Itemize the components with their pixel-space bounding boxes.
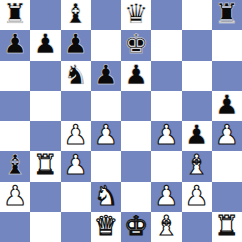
square-f3[interactable] <box>151 151 181 181</box>
square-c4[interactable]: ♟ <box>61 121 91 151</box>
square-c7[interactable]: ♟ <box>61 30 91 60</box>
piece-black-pawn[interactable]: ♟ <box>124 61 148 90</box>
square-f2[interactable]: ♟ <box>151 182 181 212</box>
chess-board: ♜♝♛♜♟♟♟♚♞♟♟♟♟♟♟♟♟♝♜♟♝♟♞♟♟♛♚♝♜ <box>0 0 242 242</box>
square-g4[interactable]: ♟ <box>182 121 212 151</box>
square-b4[interactable] <box>30 121 60 151</box>
square-a2[interactable]: ♟ <box>0 182 30 212</box>
piece-white-king[interactable]: ♚ <box>124 212 148 241</box>
square-c5[interactable] <box>61 91 91 121</box>
square-h1[interactable]: ♜ <box>212 212 242 242</box>
square-h7[interactable] <box>212 30 242 60</box>
square-a7[interactable]: ♟ <box>0 30 30 60</box>
piece-white-pawn[interactable]: ♟ <box>64 151 88 180</box>
square-d3[interactable] <box>91 151 121 181</box>
piece-white-pawn[interactable]: ♟ <box>185 182 209 211</box>
piece-black-rook[interactable]: ♜ <box>215 0 239 29</box>
square-e6[interactable]: ♟ <box>121 61 151 91</box>
square-d7[interactable] <box>91 30 121 60</box>
piece-black-knight[interactable]: ♞ <box>64 61 88 90</box>
square-e2[interactable] <box>121 182 151 212</box>
piece-black-pawn[interactable]: ♟ <box>215 91 239 120</box>
square-g6[interactable] <box>182 61 212 91</box>
square-f7[interactable] <box>151 30 181 60</box>
square-h8[interactable]: ♜ <box>212 0 242 30</box>
square-d2[interactable]: ♞ <box>91 182 121 212</box>
piece-black-queen[interactable]: ♛ <box>124 0 148 29</box>
piece-white-queen[interactable]: ♛ <box>94 212 118 241</box>
square-a8[interactable]: ♜ <box>0 0 30 30</box>
piece-white-pawn[interactable]: ♟ <box>94 121 118 150</box>
square-b7[interactable]: ♟ <box>30 30 60 60</box>
square-a5[interactable] <box>0 91 30 121</box>
piece-white-rook[interactable]: ♜ <box>215 212 239 241</box>
square-h6[interactable] <box>212 61 242 91</box>
square-c3[interactable]: ♟ <box>61 151 91 181</box>
square-c2[interactable] <box>61 182 91 212</box>
piece-black-bishop[interactable]: ♝ <box>64 0 88 29</box>
square-c1[interactable] <box>61 212 91 242</box>
square-d1[interactable]: ♛ <box>91 212 121 242</box>
square-d5[interactable] <box>91 91 121 121</box>
square-c8[interactable]: ♝ <box>61 0 91 30</box>
square-b3[interactable]: ♜ <box>30 151 60 181</box>
square-h5[interactable]: ♟ <box>212 91 242 121</box>
piece-black-pawn[interactable]: ♟ <box>64 30 88 59</box>
square-f8[interactable] <box>151 0 181 30</box>
square-b8[interactable] <box>30 0 60 30</box>
piece-white-pawn[interactable]: ♟ <box>3 182 27 211</box>
piece-white-pawn[interactable]: ♟ <box>154 121 178 150</box>
square-e3[interactable] <box>121 151 151 181</box>
square-f1[interactable]: ♝ <box>151 212 181 242</box>
square-c6[interactable]: ♞ <box>61 61 91 91</box>
square-g5[interactable] <box>182 91 212 121</box>
square-a1[interactable] <box>0 212 30 242</box>
square-b2[interactable] <box>30 182 60 212</box>
square-g3[interactable]: ♝ <box>182 151 212 181</box>
square-g7[interactable] <box>182 30 212 60</box>
piece-white-bishop[interactable]: ♝ <box>185 151 209 180</box>
square-f5[interactable] <box>151 91 181 121</box>
piece-white-bishop[interactable]: ♝ <box>154 212 178 241</box>
square-b6[interactable] <box>30 61 60 91</box>
square-e7[interactable]: ♚ <box>121 30 151 60</box>
piece-black-pawn[interactable]: ♟ <box>185 121 209 150</box>
piece-black-pawn[interactable]: ♟ <box>33 30 57 59</box>
square-b5[interactable] <box>30 91 60 121</box>
square-a6[interactable] <box>0 61 30 91</box>
piece-white-rook[interactable]: ♜ <box>33 151 57 180</box>
square-h3[interactable] <box>212 151 242 181</box>
square-e1[interactable]: ♚ <box>121 212 151 242</box>
piece-black-pawn[interactable]: ♟ <box>94 61 118 90</box>
square-f6[interactable] <box>151 61 181 91</box>
piece-black-bishop[interactable]: ♝ <box>3 151 27 180</box>
square-b1[interactable] <box>30 212 60 242</box>
square-d6[interactable]: ♟ <box>91 61 121 91</box>
piece-black-king[interactable]: ♚ <box>124 30 148 59</box>
piece-black-rook[interactable]: ♜ <box>3 0 27 29</box>
square-e5[interactable] <box>121 91 151 121</box>
piece-white-knight[interactable]: ♞ <box>94 182 118 211</box>
square-e4[interactable] <box>121 121 151 151</box>
piece-white-pawn[interactable]: ♟ <box>64 121 88 150</box>
square-h2[interactable] <box>212 182 242 212</box>
square-f4[interactable]: ♟ <box>151 121 181 151</box>
square-g2[interactable]: ♟ <box>182 182 212 212</box>
piece-white-pawn[interactable]: ♟ <box>154 182 178 211</box>
square-g1[interactable] <box>182 212 212 242</box>
square-d8[interactable] <box>91 0 121 30</box>
square-h4[interactable]: ♟ <box>212 121 242 151</box>
piece-white-pawn[interactable]: ♟ <box>215 121 239 150</box>
square-e8[interactable]: ♛ <box>121 0 151 30</box>
square-a3[interactable]: ♝ <box>0 151 30 181</box>
square-d4[interactable]: ♟ <box>91 121 121 151</box>
square-g8[interactable] <box>182 0 212 30</box>
square-a4[interactable] <box>0 121 30 151</box>
piece-black-pawn[interactable]: ♟ <box>3 30 27 59</box>
